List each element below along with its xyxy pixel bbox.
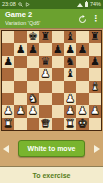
square-h8[interactable]: ♜ (89, 31, 101, 43)
square-g3[interactable] (76, 93, 88, 105)
refresh-icon[interactable] (78, 10, 87, 28)
piece-wp-g2[interactable]: ♟ (78, 105, 88, 117)
square-g6[interactable] (76, 56, 88, 68)
square-f1[interactable]: ♜ (64, 118, 76, 130)
square-d5[interactable]: ♟ (39, 68, 51, 80)
square-d2[interactable] (39, 105, 51, 117)
square-e6[interactable] (52, 56, 64, 68)
status-bar: 23:08 74% (0, 0, 103, 9)
battery-percent: 74% (90, 0, 101, 9)
square-c2[interactable]: ♟ (27, 105, 39, 117)
square-b1[interactable] (14, 118, 26, 130)
square-f4[interactable] (64, 81, 76, 93)
square-h6[interactable]: ♟ (89, 56, 101, 68)
square-g2[interactable]: ♟ (76, 105, 88, 117)
piece-wp-f3[interactable]: ♟ (65, 93, 75, 105)
piece-bp-h6[interactable]: ♟ (90, 56, 100, 68)
piece-wr-a1[interactable]: ♜ (3, 118, 13, 130)
chess-board[interactable]: ♚♜♝♜♟♟♟♟♟♟♛♞♟♟♝♝♞♟♟♟♟♟♟♟♜♛♜♚ (1, 30, 102, 131)
square-a5[interactable] (2, 68, 14, 80)
square-f2[interactable]: ♟ (64, 105, 76, 117)
piece-bp-f7[interactable]: ♟ (65, 44, 75, 56)
status-time: 23:08 (2, 0, 16, 9)
square-d1[interactable]: ♛ (39, 118, 51, 130)
piece-bp-e7[interactable]: ♟ (53, 44, 63, 56)
piece-bb-f8[interactable]: ♝ (65, 31, 75, 43)
piece-bp-a6[interactable]: ♟ (3, 56, 13, 68)
square-b7[interactable]: ♟ (14, 43, 26, 55)
piece-wq-d1[interactable]: ♛ (40, 118, 50, 130)
overflow-menu-icon[interactable]: ⋮ (92, 9, 100, 28)
screen: 23:08 74% Game 2 Variation 'Qd6' ⋮ ♚♜♝♜♟… (0, 0, 103, 183)
square-e1[interactable] (52, 118, 64, 130)
piece-wb-h4[interactable]: ♝ (90, 81, 100, 93)
piece-bn-f6[interactable]: ♞ (65, 56, 75, 68)
banner-strip: White to move (0, 131, 103, 166)
prev-arrow-icon[interactable] (3, 145, 9, 153)
square-h3[interactable] (89, 93, 101, 105)
to-exercise-label: To exercise (32, 172, 70, 179)
square-f7[interactable]: ♟ (64, 43, 76, 55)
square-d3[interactable] (39, 93, 51, 105)
piece-wp-d5[interactable]: ♟ (40, 68, 50, 80)
side-to-move-banner[interactable]: White to move (18, 140, 86, 157)
square-c3[interactable]: ♞ (27, 93, 39, 105)
piece-bp-c7[interactable]: ♟ (28, 44, 38, 56)
piece-wp-f2[interactable]: ♟ (65, 105, 75, 117)
square-a3[interactable] (2, 93, 14, 105)
play-icon (25, 2, 30, 7)
square-e5[interactable] (52, 68, 64, 80)
square-e4[interactable] (52, 81, 64, 93)
piece-br-h8[interactable]: ♜ (90, 31, 100, 43)
square-b3[interactable] (14, 93, 26, 105)
piece-bp-g7[interactable]: ♟ (78, 44, 88, 56)
square-a1[interactable]: ♜ (2, 118, 14, 130)
square-c6[interactable] (27, 56, 39, 68)
square-g8[interactable] (76, 31, 88, 43)
piece-bk-c8[interactable]: ♚ (28, 31, 38, 43)
square-a6[interactable]: ♟ (2, 56, 14, 68)
square-f8[interactable]: ♝ (64, 31, 76, 43)
app-bar-actions: ⋮ (78, 9, 100, 28)
square-b4[interactable] (14, 81, 26, 93)
square-g7[interactable]: ♟ (76, 43, 88, 55)
square-g5[interactable] (76, 68, 88, 80)
square-b8[interactable] (14, 31, 26, 43)
square-g4[interactable] (76, 81, 88, 93)
piece-bp-b7[interactable]: ♟ (16, 44, 26, 56)
piece-wp-a2[interactable]: ♟ (3, 105, 13, 117)
square-c1[interactable] (27, 118, 39, 130)
piece-wn-c3[interactable]: ♞ (28, 93, 38, 105)
square-b2[interactable]: ♟ (14, 105, 26, 117)
piece-wp-c2[interactable]: ♟ (28, 105, 38, 117)
square-c8[interactable]: ♚ (27, 31, 39, 43)
square-h7[interactable] (89, 43, 101, 55)
square-e3[interactable] (52, 93, 64, 105)
piece-br-d8[interactable]: ♜ (40, 31, 50, 43)
search-icon (18, 2, 23, 7)
square-f3[interactable]: ♟ (64, 93, 76, 105)
piece-wp-h2[interactable]: ♟ (90, 105, 100, 117)
wifi-icon (77, 3, 83, 7)
square-c7[interactable]: ♟ (27, 43, 39, 55)
piece-wk-g1[interactable]: ♚ (78, 118, 88, 130)
square-h2[interactable]: ♟ (89, 105, 101, 117)
piece-wr-f1[interactable]: ♜ (65, 118, 75, 130)
piece-bq-d6[interactable]: ♛ (40, 56, 50, 68)
square-a2[interactable]: ♟ (2, 105, 14, 117)
piece-wp-b2[interactable]: ♟ (16, 105, 26, 117)
square-e7[interactable]: ♟ (52, 43, 64, 55)
square-h1[interactable] (89, 118, 101, 130)
square-b6[interactable] (14, 56, 26, 68)
square-d8[interactable]: ♜ (39, 31, 51, 43)
square-a7[interactable] (2, 43, 14, 55)
square-d6[interactable]: ♛ (39, 56, 51, 68)
square-f6[interactable]: ♞ (64, 56, 76, 68)
piece-bb-f5[interactable]: ♝ (65, 68, 75, 80)
square-f5[interactable]: ♝ (64, 68, 76, 80)
square-e2[interactable] (52, 105, 64, 117)
square-h5[interactable] (89, 68, 101, 80)
square-d4[interactable] (39, 81, 51, 93)
app-bar: Game 2 Variation 'Qd6' ⋮ (0, 9, 103, 28)
square-a4[interactable] (2, 81, 14, 93)
square-g1[interactable]: ♚ (76, 118, 88, 130)
square-c5[interactable] (27, 68, 39, 80)
next-arrow-icon[interactable] (94, 145, 100, 153)
square-a8[interactable] (2, 31, 14, 43)
battery-icon (85, 2, 88, 7)
to-exercise-button[interactable]: To exercise (0, 166, 103, 183)
square-h4[interactable]: ♝ (89, 81, 101, 93)
square-c4[interactable] (27, 81, 39, 93)
square-b5[interactable] (14, 68, 26, 80)
square-e8[interactable] (52, 31, 64, 43)
square-d7[interactable] (39, 43, 51, 55)
